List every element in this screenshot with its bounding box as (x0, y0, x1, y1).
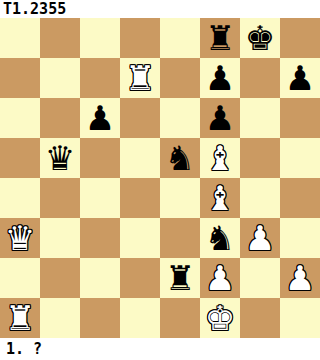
square-f4[interactable]: ♝ (200, 178, 240, 218)
square-b6[interactable] (40, 98, 80, 138)
square-c2[interactable] (80, 258, 120, 298)
square-a4[interactable] (0, 178, 40, 218)
piece-white-rook[interactable]: ♜ (0, 298, 40, 338)
square-a3[interactable]: ♛ (0, 218, 40, 258)
square-g1[interactable] (240, 298, 280, 338)
piece-black-rook[interactable]: ♜ (200, 18, 240, 58)
square-c8[interactable] (80, 18, 120, 58)
square-g2[interactable] (240, 258, 280, 298)
square-h3[interactable] (280, 218, 320, 258)
piece-white-pawn[interactable]: ♟ (240, 218, 280, 258)
square-a5[interactable] (0, 138, 40, 178)
square-e4[interactable] (160, 178, 200, 218)
piece-white-pawn[interactable]: ♟ (280, 258, 320, 298)
square-g6[interactable] (240, 98, 280, 138)
square-b1[interactable] (40, 298, 80, 338)
square-g3[interactable]: ♟ (240, 218, 280, 258)
square-d6[interactable] (120, 98, 160, 138)
square-h1[interactable] (280, 298, 320, 338)
chess-board: ♜♚♜♟♟♟♟♛♞♝♝♛♞♟♜♟♟♜♚ (0, 18, 320, 338)
square-f7[interactable]: ♟ (200, 58, 240, 98)
piece-black-knight[interactable]: ♞ (200, 218, 240, 258)
square-e8[interactable] (160, 18, 200, 58)
piece-black-king[interactable]: ♚ (240, 18, 280, 58)
piece-white-pawn[interactable]: ♟ (200, 258, 240, 298)
square-d8[interactable] (120, 18, 160, 58)
square-c4[interactable] (80, 178, 120, 218)
square-g8[interactable]: ♚ (240, 18, 280, 58)
square-b5[interactable]: ♛ (40, 138, 80, 178)
square-d1[interactable] (120, 298, 160, 338)
piece-white-bishop[interactable]: ♝ (200, 178, 240, 218)
square-e2[interactable]: ♜ (160, 258, 200, 298)
square-h6[interactable] (280, 98, 320, 138)
piece-white-king[interactable]: ♚ (200, 298, 240, 338)
square-a7[interactable] (0, 58, 40, 98)
square-h4[interactable] (280, 178, 320, 218)
square-h2[interactable]: ♟ (280, 258, 320, 298)
square-c5[interactable] (80, 138, 120, 178)
square-e6[interactable] (160, 98, 200, 138)
square-e1[interactable] (160, 298, 200, 338)
square-b3[interactable] (40, 218, 80, 258)
move-prompt: 1. ? (0, 338, 320, 360)
piece-black-queen[interactable]: ♛ (40, 138, 80, 178)
square-b2[interactable] (40, 258, 80, 298)
square-h5[interactable] (280, 138, 320, 178)
piece-white-rook[interactable]: ♜ (120, 58, 160, 98)
square-d5[interactable] (120, 138, 160, 178)
square-c6[interactable]: ♟ (80, 98, 120, 138)
square-f3[interactable]: ♞ (200, 218, 240, 258)
piece-white-queen[interactable]: ♛ (0, 218, 40, 258)
square-a1[interactable]: ♜ (0, 298, 40, 338)
square-e7[interactable] (160, 58, 200, 98)
piece-black-pawn[interactable]: ♟ (200, 98, 240, 138)
square-c7[interactable] (80, 58, 120, 98)
piece-black-pawn[interactable]: ♟ (280, 58, 320, 98)
square-d3[interactable] (120, 218, 160, 258)
square-c1[interactable] (80, 298, 120, 338)
square-d7[interactable]: ♜ (120, 58, 160, 98)
square-e3[interactable] (160, 218, 200, 258)
square-f2[interactable]: ♟ (200, 258, 240, 298)
piece-black-rook[interactable]: ♜ (160, 258, 200, 298)
square-d4[interactable] (120, 178, 160, 218)
square-e5[interactable]: ♞ (160, 138, 200, 178)
square-a8[interactable] (0, 18, 40, 58)
square-b4[interactable] (40, 178, 80, 218)
piece-black-pawn[interactable]: ♟ (200, 58, 240, 98)
piece-black-pawn[interactable]: ♟ (80, 98, 120, 138)
square-b8[interactable] (40, 18, 80, 58)
square-f1[interactable]: ♚ (200, 298, 240, 338)
square-b7[interactable] (40, 58, 80, 98)
square-h8[interactable] (280, 18, 320, 58)
square-g5[interactable] (240, 138, 280, 178)
square-f6[interactable]: ♟ (200, 98, 240, 138)
square-g7[interactable] (240, 58, 280, 98)
square-a6[interactable] (0, 98, 40, 138)
square-f8[interactable]: ♜ (200, 18, 240, 58)
square-f5[interactable]: ♝ (200, 138, 240, 178)
puzzle-title: T1.2355 (0, 0, 320, 18)
square-c3[interactable] (80, 218, 120, 258)
square-h7[interactable]: ♟ (280, 58, 320, 98)
piece-black-knight[interactable]: ♞ (160, 138, 200, 178)
square-g4[interactable] (240, 178, 280, 218)
piece-white-bishop[interactable]: ♝ (200, 138, 240, 178)
square-d2[interactable] (120, 258, 160, 298)
square-a2[interactable] (0, 258, 40, 298)
